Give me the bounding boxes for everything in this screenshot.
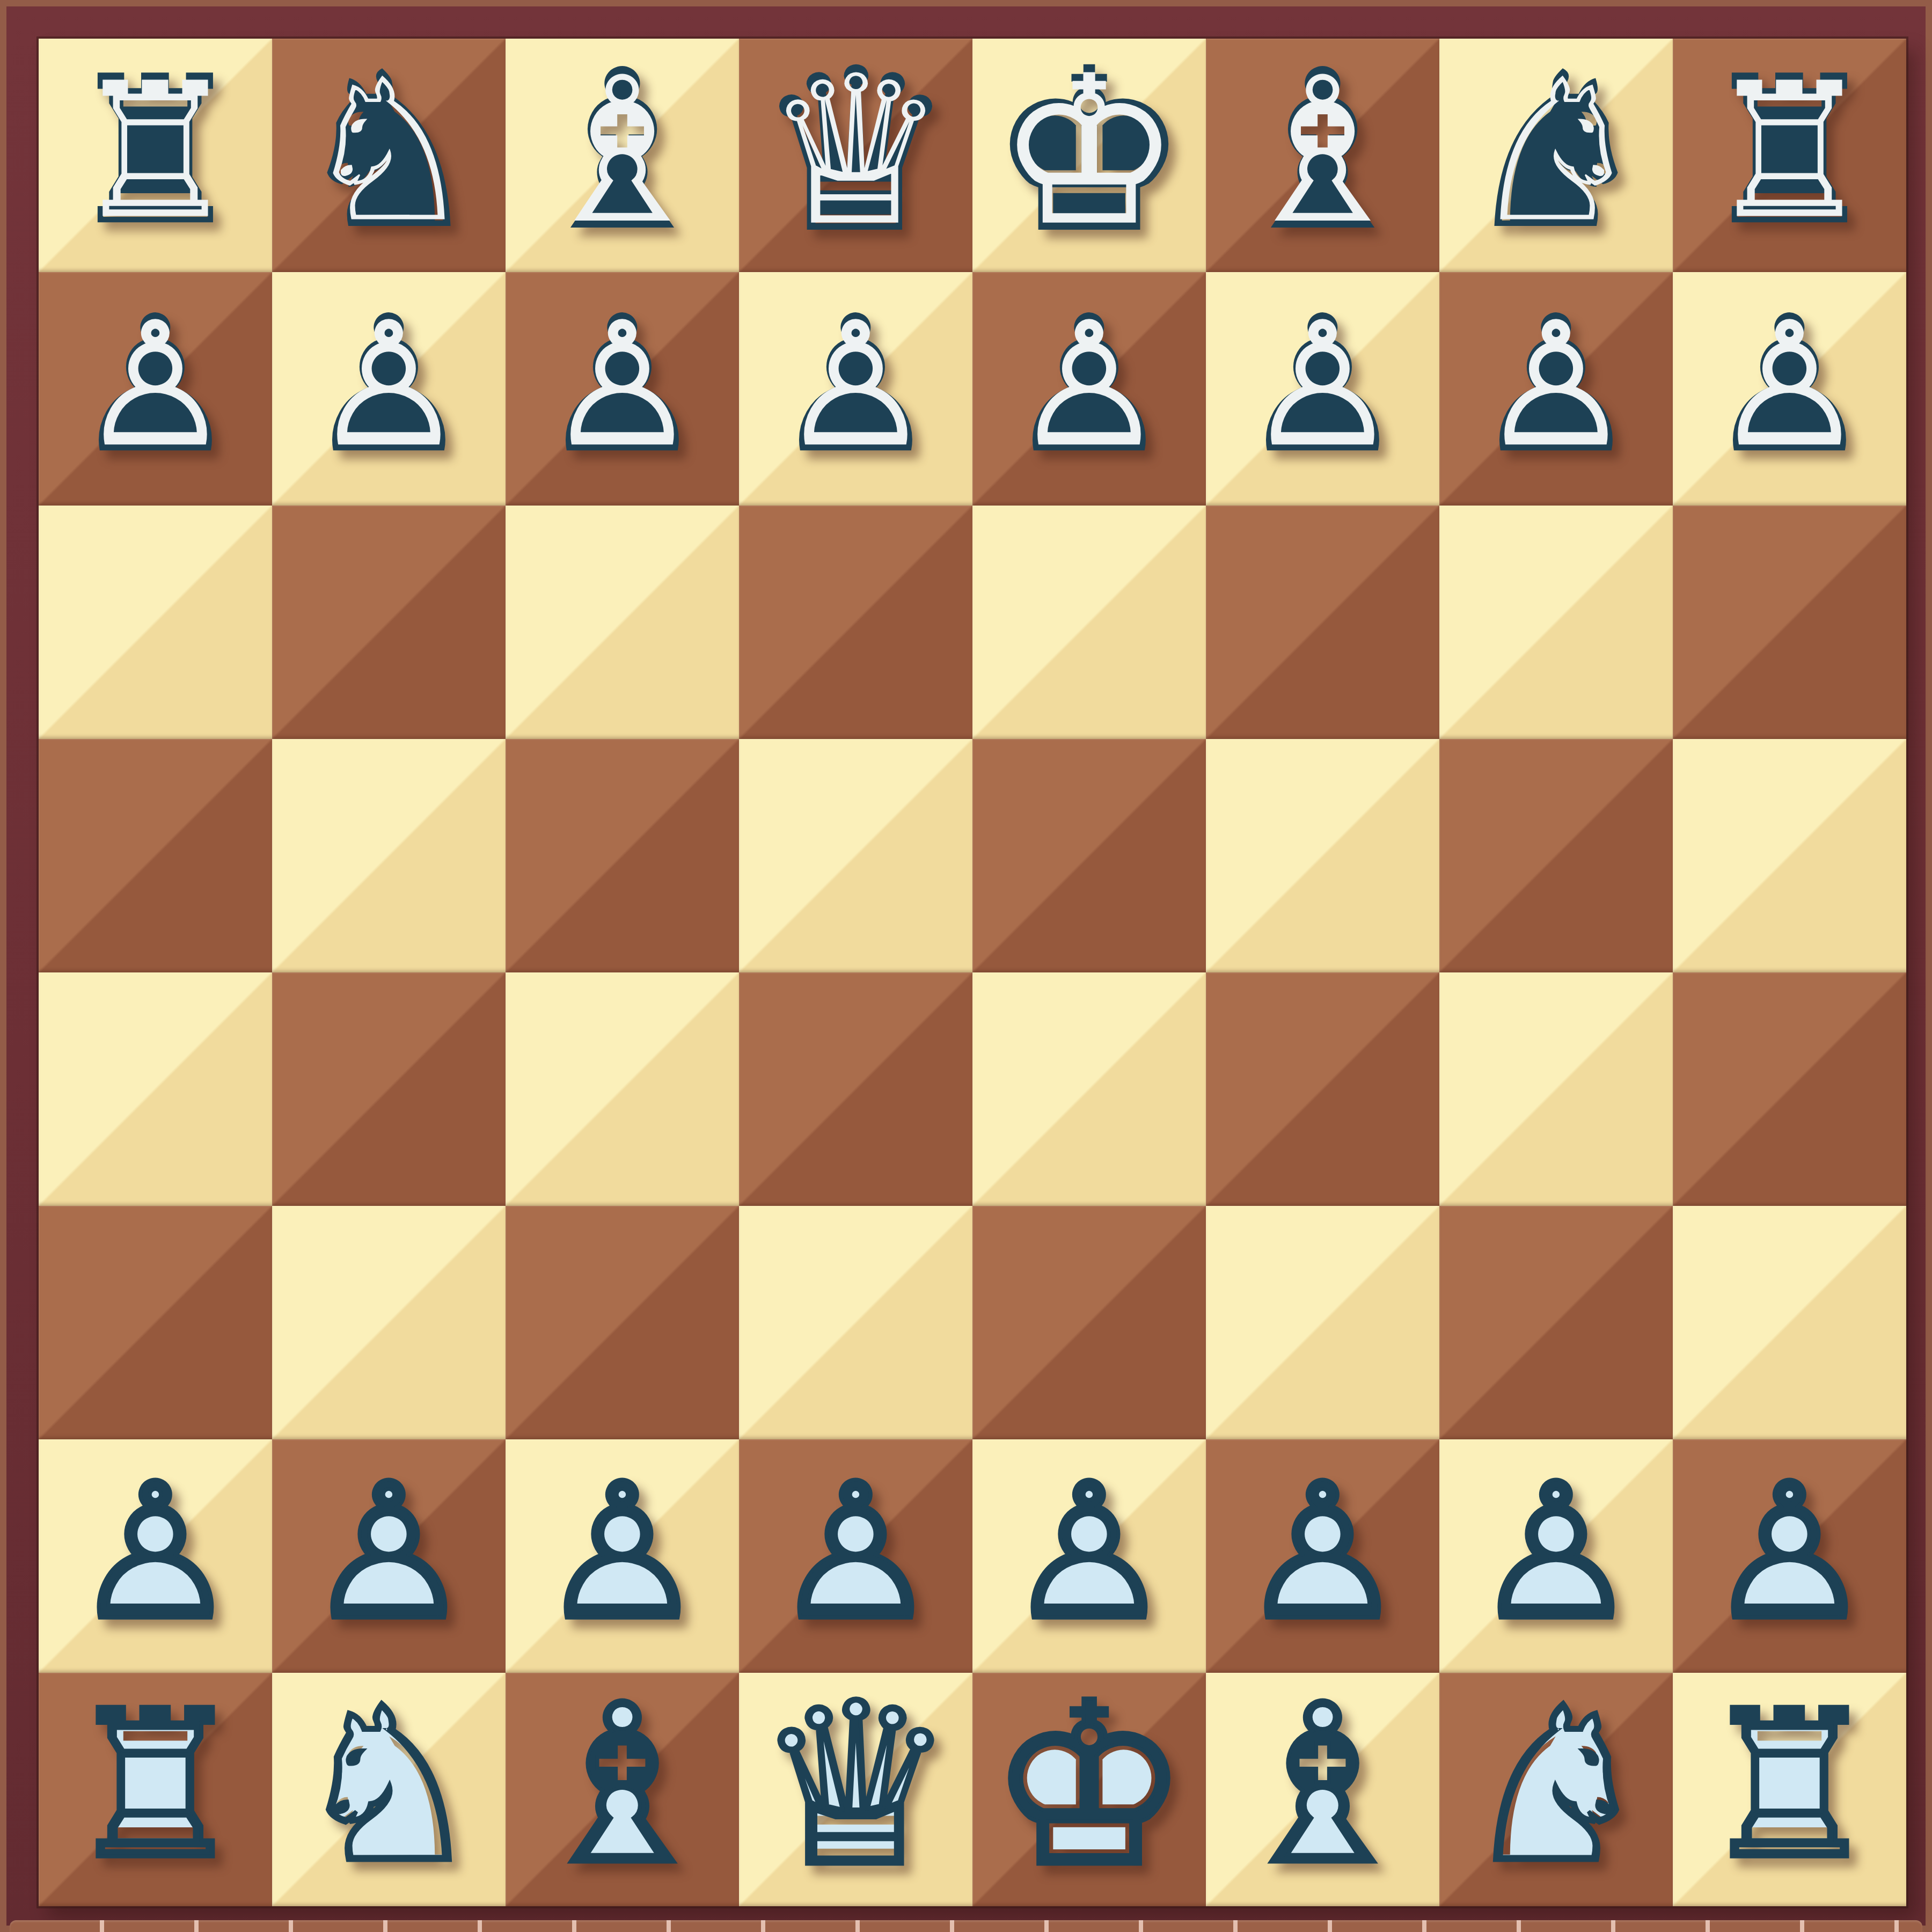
piece-outline-glyph: ♙ xyxy=(1673,1435,1906,1668)
piece-black-rook[interactable]: ♜♖ xyxy=(39,39,272,272)
square-a5[interactable] xyxy=(39,739,272,972)
square-d8[interactable]: ♛♕ xyxy=(739,39,972,272)
piece-outline-glyph: ♘ xyxy=(1439,1668,1673,1902)
piece-outline-glyph: ♗ xyxy=(1206,1668,1439,1902)
square-f6[interactable] xyxy=(1206,506,1439,739)
square-d7[interactable]: ♟♙ xyxy=(739,272,972,506)
square-h7[interactable]: ♟♙ xyxy=(1673,272,1906,506)
square-b8[interactable]: ♞♘ xyxy=(272,39,506,272)
piece-black-knight[interactable]: ♞♘ xyxy=(272,39,506,272)
piece-white-pawn[interactable]: ♟♙ xyxy=(272,1439,506,1673)
square-f8[interactable]: ♝♗ xyxy=(1206,39,1439,272)
piece-outline-glyph: ♙ xyxy=(739,1435,972,1668)
board-frame: ♜♖♞♘♝♗♛♕♚♔♝♗♞♘♜♖♟♙♟♙♟♙♟♙♟♙♟♙♟♙♟♙♟♙♟♙♟♙♟♙… xyxy=(6,6,1926,1926)
piece-white-pawn[interactable]: ♟♙ xyxy=(506,1439,739,1673)
piece-glyph-wrapper: ♟♙ xyxy=(1439,1439,1673,1673)
square-e6[interactable] xyxy=(972,506,1206,739)
square-a1[interactable]: ♜♖ xyxy=(39,1673,272,1906)
piece-outline-glyph: ♙ xyxy=(272,1435,506,1668)
piece-outline-glyph: ♙ xyxy=(1218,280,1428,490)
square-h2[interactable]: ♟♙ xyxy=(1673,1439,1906,1673)
bottom-border-tiles xyxy=(10,1920,1922,1932)
piece-black-pawn[interactable]: ♟♙ xyxy=(272,272,506,506)
square-g1[interactable]: ♞♘ xyxy=(1439,1673,1673,1906)
piece-glyph-wrapper: ♟♙ xyxy=(506,1439,739,1673)
square-b5[interactable] xyxy=(272,739,506,972)
piece-black-queen[interactable]: ♛♕ xyxy=(739,39,972,272)
square-a2[interactable]: ♟♙ xyxy=(39,1439,272,1673)
square-f7[interactable]: ♟♙ xyxy=(1206,272,1439,506)
piece-white-bishop[interactable]: ♝♗ xyxy=(506,1673,739,1906)
piece-glyph-wrapper: ♟♙ xyxy=(39,272,272,506)
square-g6[interactable] xyxy=(1439,506,1673,739)
piece-white-knight[interactable]: ♞♘ xyxy=(272,1673,506,1906)
square-d6[interactable] xyxy=(739,506,972,739)
piece-outline-glyph: ♙ xyxy=(972,1435,1206,1668)
piece-outline-glyph: ♙ xyxy=(1206,1435,1439,1668)
piece-glyph-wrapper: ♟♙ xyxy=(272,1439,506,1673)
piece-glyph-wrapper: ♟♙ xyxy=(739,1439,972,1673)
piece-outline-glyph: ♕ xyxy=(739,1668,972,1902)
square-b7[interactable]: ♟♙ xyxy=(272,272,506,506)
piece-outline-glyph: ♙ xyxy=(1451,280,1662,490)
piece-black-bishop[interactable]: ♝♗ xyxy=(506,39,739,272)
piece-outline-glyph: ♗ xyxy=(506,1668,739,1902)
square-e4[interactable] xyxy=(972,972,1206,1206)
square-b6[interactable] xyxy=(272,506,506,739)
piece-outline-glyph: ♙ xyxy=(517,280,728,490)
piece-white-pawn[interactable]: ♟♙ xyxy=(739,1439,972,1673)
piece-black-king[interactable]: ♚♔ xyxy=(972,39,1206,272)
square-f5[interactable] xyxy=(1206,739,1439,972)
square-d3[interactable] xyxy=(739,1206,972,1439)
piece-outline-glyph: ♙ xyxy=(984,280,1195,490)
piece-outline-glyph: ♘ xyxy=(284,46,494,257)
piece-black-pawn[interactable]: ♟♙ xyxy=(1439,272,1673,506)
piece-glyph-wrapper: ♝♗ xyxy=(506,39,739,272)
piece-outline-glyph: ♔ xyxy=(984,46,1195,257)
piece-outline-glyph: ♖ xyxy=(1685,46,1895,257)
square-h8[interactable]: ♜♖ xyxy=(1673,39,1906,272)
square-e8[interactable]: ♚♔ xyxy=(972,39,1206,272)
square-h4[interactable] xyxy=(1673,972,1906,1206)
piece-black-pawn[interactable]: ♟♙ xyxy=(1206,272,1439,506)
piece-glyph-wrapper: ♝♗ xyxy=(506,1673,739,1906)
square-h1[interactable]: ♜♖ xyxy=(1673,1673,1906,1906)
piece-glyph-wrapper: ♛♕ xyxy=(739,39,972,272)
square-f2[interactable]: ♟♙ xyxy=(1206,1439,1439,1673)
piece-white-pawn[interactable]: ♟♙ xyxy=(39,1439,272,1673)
square-e1[interactable]: ♚♔ xyxy=(972,1673,1206,1906)
piece-glyph-wrapper: ♛♕ xyxy=(739,1673,972,1906)
square-h6[interactable] xyxy=(1673,506,1906,739)
piece-glyph-wrapper: ♞♘ xyxy=(272,39,506,272)
piece-black-pawn[interactable]: ♟♙ xyxy=(1673,272,1906,506)
piece-glyph-wrapper: ♞♘ xyxy=(1439,1673,1673,1906)
piece-outline-glyph: ♗ xyxy=(517,46,728,257)
chess-board: ♜♖♞♘♝♗♛♕♚♔♝♗♞♘♜♖♟♙♟♙♟♙♟♙♟♙♟♙♟♙♟♙♟♙♟♙♟♙♟♙… xyxy=(39,39,1906,1906)
piece-outline-glyph: ♖ xyxy=(39,1668,272,1902)
piece-outline-glyph: ♖ xyxy=(50,46,261,257)
piece-black-pawn[interactable]: ♟♙ xyxy=(39,272,272,506)
piece-outline-glyph: ♘ xyxy=(272,1668,506,1902)
piece-glyph-wrapper: ♟♙ xyxy=(1673,272,1906,506)
square-a8[interactable]: ♜♖ xyxy=(39,39,272,272)
piece-white-pawn[interactable]: ♟♙ xyxy=(1206,1439,1439,1673)
square-c4[interactable] xyxy=(506,972,739,1206)
piece-glyph-wrapper: ♚♔ xyxy=(972,1673,1206,1906)
piece-outline-glyph: ♔ xyxy=(972,1668,1206,1902)
piece-black-pawn[interactable]: ♟♙ xyxy=(739,272,972,506)
square-c1[interactable]: ♝♗ xyxy=(506,1673,739,1906)
piece-glyph-wrapper: ♟♙ xyxy=(272,272,506,506)
square-e7[interactable]: ♟♙ xyxy=(972,272,1206,506)
outer-edge: ♜♖♞♘♝♗♛♕♚♔♝♗♞♘♜♖♟♙♟♙♟♙♟♙♟♙♟♙♟♙♟♙♟♙♟♙♟♙♟♙… xyxy=(0,0,1932,1932)
piece-glyph-wrapper: ♞♘ xyxy=(1439,39,1673,272)
square-a3[interactable] xyxy=(39,1206,272,1439)
piece-glyph-wrapper: ♝♗ xyxy=(1206,1673,1439,1906)
square-g8[interactable]: ♞♘ xyxy=(1439,39,1673,272)
piece-white-pawn[interactable]: ♟♙ xyxy=(1439,1439,1673,1673)
square-f3[interactable] xyxy=(1206,1206,1439,1439)
square-d4[interactable] xyxy=(739,972,972,1206)
piece-black-pawn[interactable]: ♟♙ xyxy=(506,272,739,506)
square-c5[interactable] xyxy=(506,739,739,972)
piece-white-pawn[interactable]: ♟♙ xyxy=(972,1439,1206,1673)
piece-glyph-wrapper: ♞♘ xyxy=(272,1673,506,1906)
square-e3[interactable] xyxy=(972,1206,1206,1439)
piece-outline-glyph: ♙ xyxy=(50,280,261,490)
square-d1[interactable]: ♛♕ xyxy=(739,1673,972,1906)
piece-white-queen[interactable]: ♛♕ xyxy=(739,1673,972,1906)
square-a4[interactable] xyxy=(39,972,272,1206)
piece-outline-glyph: ♖ xyxy=(1673,1668,1906,1902)
piece-glyph-wrapper: ♟♙ xyxy=(1673,1439,1906,1673)
piece-white-king[interactable]: ♚♔ xyxy=(972,1673,1206,1906)
piece-outline-glyph: ♙ xyxy=(284,280,494,490)
square-g3[interactable] xyxy=(1439,1206,1673,1439)
piece-glyph-wrapper: ♟♙ xyxy=(506,272,739,506)
chess-app: { "game": "chess", "app": { "title": "Ch… xyxy=(0,0,1932,1932)
piece-glyph-wrapper: ♟♙ xyxy=(739,272,972,506)
piece-glyph-wrapper: ♟♙ xyxy=(972,272,1206,506)
square-d2[interactable]: ♟♙ xyxy=(739,1439,972,1673)
square-c6[interactable] xyxy=(506,506,739,739)
square-c7[interactable]: ♟♙ xyxy=(506,272,739,506)
piece-glyph-wrapper: ♟♙ xyxy=(1439,272,1673,506)
square-e5[interactable] xyxy=(972,739,1206,972)
square-f1[interactable]: ♝♗ xyxy=(1206,1673,1439,1906)
square-b4[interactable] xyxy=(272,972,506,1206)
piece-glyph-wrapper: ♜♖ xyxy=(39,39,272,272)
piece-outline-glyph: ♙ xyxy=(39,1435,272,1668)
square-h5[interactable] xyxy=(1673,739,1906,972)
piece-white-knight[interactable]: ♞♘ xyxy=(1439,1673,1673,1906)
piece-white-rook[interactable]: ♜♖ xyxy=(1673,1673,1906,1906)
piece-glyph-wrapper: ♜♖ xyxy=(1673,1673,1906,1906)
piece-black-bishop[interactable]: ♝♗ xyxy=(1206,39,1439,272)
square-g4[interactable] xyxy=(1439,972,1673,1206)
piece-black-knight[interactable]: ♞♘ xyxy=(1439,39,1673,272)
square-c2[interactable]: ♟♙ xyxy=(506,1439,739,1673)
square-c3[interactable] xyxy=(506,1206,739,1439)
piece-glyph-wrapper: ♟♙ xyxy=(1206,272,1439,506)
square-e2[interactable]: ♟♙ xyxy=(972,1439,1206,1673)
piece-glyph-wrapper: ♟♙ xyxy=(39,1439,272,1673)
piece-white-rook[interactable]: ♜♖ xyxy=(39,1673,272,1906)
piece-white-pawn[interactable]: ♟♙ xyxy=(1673,1439,1906,1673)
square-b1[interactable]: ♞♘ xyxy=(272,1673,506,1906)
piece-outline-glyph: ♙ xyxy=(1439,1435,1673,1668)
piece-black-rook[interactable]: ♜♖ xyxy=(1673,39,1906,272)
square-b3[interactable] xyxy=(272,1206,506,1439)
piece-glyph-wrapper: ♟♙ xyxy=(1206,1439,1439,1673)
piece-outline-glyph: ♙ xyxy=(751,280,961,490)
piece-glyph-wrapper: ♟♙ xyxy=(972,1439,1206,1673)
square-c8[interactable]: ♝♗ xyxy=(506,39,739,272)
square-g5[interactable] xyxy=(1439,739,1673,972)
square-h3[interactable] xyxy=(1673,1206,1906,1439)
square-g2[interactable]: ♟♙ xyxy=(1439,1439,1673,1673)
piece-glyph-wrapper: ♝♗ xyxy=(1206,39,1439,272)
piece-glyph-wrapper: ♜♖ xyxy=(1673,39,1906,272)
piece-white-bishop[interactable]: ♝♗ xyxy=(1206,1673,1439,1906)
square-a6[interactable] xyxy=(39,506,272,739)
piece-outline-glyph: ♙ xyxy=(1685,280,1895,490)
piece-glyph-wrapper: ♜♖ xyxy=(39,1673,272,1906)
square-d5[interactable] xyxy=(739,739,972,972)
square-a7[interactable]: ♟♙ xyxy=(39,272,272,506)
square-g7[interactable]: ♟♙ xyxy=(1439,272,1673,506)
piece-black-pawn[interactable]: ♟♙ xyxy=(972,272,1206,506)
piece-outline-glyph: ♙ xyxy=(506,1435,739,1668)
piece-outline-glyph: ♘ xyxy=(1451,46,1662,257)
piece-outline-glyph: ♗ xyxy=(1218,46,1428,257)
square-f4[interactable] xyxy=(1206,972,1439,1206)
piece-outline-glyph: ♕ xyxy=(751,46,961,257)
piece-glyph-wrapper: ♚♔ xyxy=(972,39,1206,272)
square-b2[interactable]: ♟♙ xyxy=(272,1439,506,1673)
